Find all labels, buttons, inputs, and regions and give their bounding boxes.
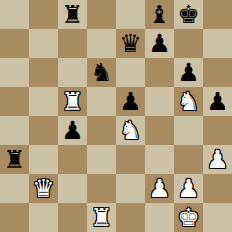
- black-bishop-icon: ♝: [148, 0, 170, 29]
- black-queen-icon: ♛: [119, 29, 141, 58]
- square-g2[interactable]: ♟: [174, 174, 203, 203]
- black-pawn-icon: ♟: [119, 87, 141, 116]
- square-g4[interactable]: [174, 116, 203, 145]
- square-a4[interactable]: [0, 116, 29, 145]
- square-a5[interactable]: [0, 87, 29, 116]
- white-rook-icon: ♜: [61, 87, 83, 116]
- square-f2[interactable]: ♟: [145, 174, 174, 203]
- square-c1[interactable]: [58, 203, 87, 232]
- white-rook-icon: ♜: [90, 203, 112, 232]
- white-pawn-icon: ♟: [177, 174, 199, 203]
- black-knight-icon: ♞: [90, 58, 112, 87]
- square-a1[interactable]: [0, 203, 29, 232]
- square-f3[interactable]: [145, 145, 174, 174]
- square-e7[interactable]: ♛: [116, 29, 145, 58]
- square-h2[interactable]: [203, 174, 232, 203]
- white-knight-icon: ♞: [119, 116, 141, 145]
- square-e2[interactable]: [116, 174, 145, 203]
- square-f4[interactable]: [145, 116, 174, 145]
- square-f6[interactable]: [145, 58, 174, 87]
- square-b1[interactable]: [29, 203, 58, 232]
- square-d4[interactable]: [87, 116, 116, 145]
- square-h5[interactable]: ♟: [203, 87, 232, 116]
- white-knight-icon: ♞: [177, 87, 199, 116]
- square-b2[interactable]: ♛: [29, 174, 58, 203]
- square-d8[interactable]: [87, 0, 116, 29]
- square-a8[interactable]: [0, 0, 29, 29]
- square-b8[interactable]: [29, 0, 58, 29]
- square-d3[interactable]: [87, 145, 116, 174]
- square-e6[interactable]: [116, 58, 145, 87]
- black-pawn-icon: ♟: [61, 116, 83, 145]
- square-h8[interactable]: [203, 0, 232, 29]
- white-pawn-icon: ♟: [206, 145, 228, 174]
- square-f1[interactable]: [145, 203, 174, 232]
- square-h3[interactable]: ♟: [203, 145, 232, 174]
- square-d5[interactable]: [87, 87, 116, 116]
- square-h1[interactable]: [203, 203, 232, 232]
- square-f8[interactable]: ♝: [145, 0, 174, 29]
- square-h6[interactable]: [203, 58, 232, 87]
- black-rook-icon: ♜: [61, 0, 83, 29]
- square-b5[interactable]: [29, 87, 58, 116]
- square-c4[interactable]: ♟: [58, 116, 87, 145]
- white-queen-icon: ♛: [32, 174, 54, 203]
- square-g8[interactable]: ♚: [174, 0, 203, 29]
- square-a2[interactable]: [0, 174, 29, 203]
- square-g1[interactable]: ♚: [174, 203, 203, 232]
- square-e8[interactable]: [116, 0, 145, 29]
- square-b6[interactable]: [29, 58, 58, 87]
- square-a7[interactable]: [0, 29, 29, 58]
- square-f7[interactable]: ♟: [145, 29, 174, 58]
- square-b7[interactable]: [29, 29, 58, 58]
- black-king-icon: ♚: [177, 0, 199, 29]
- square-g6[interactable]: ♟: [174, 58, 203, 87]
- square-d7[interactable]: [87, 29, 116, 58]
- square-g7[interactable]: [174, 29, 203, 58]
- white-pawn-icon: ♟: [148, 174, 170, 203]
- square-e4[interactable]: ♞: [116, 116, 145, 145]
- black-pawn-icon: ♟: [148, 29, 170, 58]
- square-b4[interactable]: [29, 116, 58, 145]
- square-c6[interactable]: [58, 58, 87, 87]
- square-d2[interactable]: [87, 174, 116, 203]
- square-g5[interactable]: ♞: [174, 87, 203, 116]
- black-pawn-icon: ♟: [177, 58, 199, 87]
- square-e3[interactable]: [116, 145, 145, 174]
- square-c5[interactable]: ♜: [58, 87, 87, 116]
- square-c3[interactable]: [58, 145, 87, 174]
- chess-board: ♜♝♚♛♟♞♟♜♟♞♟♟♞♜♟♛♟♟♜♚: [0, 0, 232, 232]
- black-pawn-icon: ♟: [206, 87, 228, 116]
- square-a3[interactable]: ♜: [0, 145, 29, 174]
- white-king-icon: ♚: [177, 203, 199, 232]
- square-e5[interactable]: ♟: [116, 87, 145, 116]
- square-e1[interactable]: [116, 203, 145, 232]
- square-b3[interactable]: [29, 145, 58, 174]
- square-c8[interactable]: ♜: [58, 0, 87, 29]
- square-f5[interactable]: [145, 87, 174, 116]
- square-d1[interactable]: ♜: [87, 203, 116, 232]
- square-g3[interactable]: [174, 145, 203, 174]
- black-rook-icon: ♜: [3, 145, 25, 174]
- square-d6[interactable]: ♞: [87, 58, 116, 87]
- square-c2[interactable]: [58, 174, 87, 203]
- square-h4[interactable]: [203, 116, 232, 145]
- square-h7[interactable]: [203, 29, 232, 58]
- square-c7[interactable]: [58, 29, 87, 58]
- square-a6[interactable]: [0, 58, 29, 87]
